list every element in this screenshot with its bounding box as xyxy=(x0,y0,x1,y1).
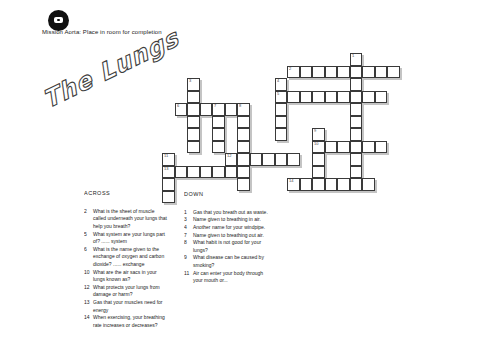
grid-cell[interactable] xyxy=(225,166,238,179)
grid-void xyxy=(300,141,313,154)
across-clues-list: 2What is the sheet of muscle called unde… xyxy=(84,207,167,329)
grid-void xyxy=(337,53,350,66)
grid-void xyxy=(387,91,400,104)
grid-void xyxy=(325,191,338,204)
grid-void xyxy=(275,66,288,79)
grid-void xyxy=(325,153,338,166)
grid-void xyxy=(262,78,275,91)
grid-cell[interactable] xyxy=(362,178,375,191)
grid-void xyxy=(175,78,188,91)
grid-cell[interactable] xyxy=(212,128,225,141)
grid-void xyxy=(212,66,225,79)
grid-cell[interactable] xyxy=(162,178,175,191)
grid-void xyxy=(162,91,175,104)
clue-number: 13 xyxy=(164,167,168,171)
clue-item: 5What system are your lungs part of? ...… xyxy=(84,230,167,245)
clue-number: 5 xyxy=(277,92,279,96)
grid-cell[interactable] xyxy=(275,103,288,116)
grid-cell[interactable] xyxy=(312,178,325,191)
grid-void xyxy=(250,66,263,79)
grid-void xyxy=(162,141,175,154)
grid-cell[interactable] xyxy=(337,66,350,79)
grid-void xyxy=(187,66,200,79)
grid-cell[interactable] xyxy=(275,128,288,141)
grid-void xyxy=(175,116,188,129)
grid-void xyxy=(237,66,250,79)
grid-cell[interactable] xyxy=(337,178,350,191)
grid-void xyxy=(225,128,238,141)
grid-void xyxy=(325,78,338,91)
grid-void xyxy=(375,116,388,129)
worksheet-page: Mission Aorta: Place in room for complet… xyxy=(0,0,500,353)
grid-void xyxy=(175,128,188,141)
clue-item-text: Gas that you breath out as waste. xyxy=(193,208,273,216)
grid-void xyxy=(262,103,275,116)
clue-item-number: 3 xyxy=(184,216,193,224)
grid-void xyxy=(200,78,213,91)
mission-text: Mission Aorta: Place in room for complet… xyxy=(42,29,162,35)
clue-item: 8What habit is not good for your lungs? xyxy=(184,238,273,253)
grid-void xyxy=(350,191,363,204)
grid-cell[interactable]: 4 xyxy=(275,78,288,91)
grid-void xyxy=(187,53,200,66)
grid-cell[interactable] xyxy=(187,116,200,129)
clue-item-number: 6 xyxy=(84,245,93,268)
grid-cell[interactable] xyxy=(375,66,388,79)
clue-number: 8 xyxy=(239,104,241,108)
grid-cell[interactable] xyxy=(237,128,250,141)
clue-item-number: 2 xyxy=(84,207,93,230)
grid-void xyxy=(300,153,313,166)
grid-void xyxy=(162,78,175,91)
grid-cell[interactable]: 2 xyxy=(287,66,300,79)
grid-void xyxy=(362,78,375,91)
grid-cell[interactable] xyxy=(350,103,363,116)
grid-void xyxy=(187,153,200,166)
grid-void xyxy=(162,103,175,116)
grid-void xyxy=(362,116,375,129)
grid-void xyxy=(225,53,238,66)
grid-void xyxy=(312,103,325,116)
grid-void xyxy=(362,191,375,204)
grid-void xyxy=(287,128,300,141)
grid-void xyxy=(275,191,288,204)
clue-item: 14When exercising, your breathing rate i… xyxy=(84,313,167,328)
grid-cell[interactable] xyxy=(212,166,225,179)
grid-void xyxy=(175,53,188,66)
grid-void xyxy=(175,178,188,191)
grid-void xyxy=(262,66,275,79)
grid-cell[interactable] xyxy=(375,141,388,154)
grid-void xyxy=(262,116,275,129)
grid-cell[interactable]: 9 xyxy=(312,128,325,141)
grid-void xyxy=(175,153,188,166)
grid-void xyxy=(337,128,350,141)
grid-cell[interactable] xyxy=(300,66,313,79)
grid-void xyxy=(175,91,188,104)
clue-item-number: 5 xyxy=(84,230,93,245)
grid-void xyxy=(375,153,388,166)
grid-cell[interactable] xyxy=(362,141,375,154)
grid-void xyxy=(212,178,225,191)
grid-cell[interactable] xyxy=(187,103,200,116)
clue-item: 12What protects your lungs from damage o… xyxy=(84,283,167,298)
grid-void xyxy=(250,91,263,104)
grid-void xyxy=(362,103,375,116)
grid-void xyxy=(300,191,313,204)
grid-void xyxy=(387,116,400,129)
grid-cell[interactable] xyxy=(387,66,400,79)
crossword-grid[interactable]: 1234567891011121314 xyxy=(162,53,400,203)
clue-item-text: Name given to breathing in air. xyxy=(193,216,273,224)
grid-cell[interactable] xyxy=(237,116,250,129)
grid-cell[interactable] xyxy=(350,166,363,179)
clue-item: 4Another name for your windpipe. xyxy=(184,223,273,231)
clue-number: 6 xyxy=(177,104,179,108)
grid-cell[interactable] xyxy=(237,178,250,191)
clue-item-number: 4 xyxy=(184,223,193,231)
clue-item-text: Gas that your muscles need for energy xyxy=(93,298,167,313)
grid-void xyxy=(200,66,213,79)
grid-void xyxy=(337,153,350,166)
grid-cell[interactable] xyxy=(337,91,350,104)
grid-void xyxy=(212,91,225,104)
grid-void xyxy=(225,116,238,129)
grid-void xyxy=(325,103,338,116)
grid-void xyxy=(362,53,375,66)
grid-void xyxy=(237,53,250,66)
grid-void xyxy=(175,66,188,79)
clue-item-number: 9 xyxy=(184,254,193,269)
grid-void xyxy=(225,78,238,91)
grid-cell[interactable]: 1 xyxy=(350,53,363,66)
grid-void xyxy=(362,166,375,179)
grid-void xyxy=(200,128,213,141)
grid-cell[interactable] xyxy=(362,66,375,79)
grid-cell[interactable] xyxy=(200,166,213,179)
grid-void xyxy=(362,128,375,141)
across-header: ACROSS xyxy=(84,190,167,196)
grid-cell[interactable] xyxy=(275,153,288,166)
clue-item-text: Another name for your windpipe. xyxy=(193,223,273,231)
clue-item-text: When exercising, your breathing rate inc… xyxy=(93,313,167,328)
grid-cell[interactable]: 5 xyxy=(275,91,288,104)
grid-cell[interactable] xyxy=(237,153,250,166)
grid-cell[interactable] xyxy=(350,128,363,141)
grid-cell[interactable] xyxy=(312,153,325,166)
grid-void xyxy=(337,116,350,129)
clue-number: 9 xyxy=(314,129,316,133)
grid-cell[interactable] xyxy=(312,166,325,179)
clue-item: 7Name given to breathing out air. xyxy=(184,231,273,239)
grid-void xyxy=(375,178,388,191)
grid-cell[interactable] xyxy=(200,103,213,116)
grid-cell[interactable] xyxy=(350,116,363,129)
grid-void xyxy=(250,116,263,129)
grid-void xyxy=(250,53,263,66)
grid-void xyxy=(262,141,275,154)
grid-void xyxy=(275,166,288,179)
clue-item-text: What are the air sacs in your lungs know… xyxy=(93,268,167,283)
grid-void xyxy=(387,191,400,204)
grid-cell[interactable]: 10 xyxy=(312,141,325,154)
clue-item-number: 7 xyxy=(184,231,193,239)
grid-void xyxy=(200,141,213,154)
grid-cell[interactable] xyxy=(350,66,363,79)
grid-cell[interactable] xyxy=(350,153,363,166)
grid-void xyxy=(250,103,263,116)
clue-item-text: What disease can be caused by smoking? xyxy=(193,254,273,269)
grid-void xyxy=(275,141,288,154)
grid-void xyxy=(162,116,175,129)
grid-cell[interactable] xyxy=(287,91,300,104)
grid-void xyxy=(387,78,400,91)
grid-void xyxy=(262,91,275,104)
grid-void xyxy=(212,53,225,66)
clue-item-number: 11 xyxy=(184,269,193,284)
grid-void xyxy=(325,53,338,66)
clue-number: 1 xyxy=(352,54,354,58)
grid-cell[interactable] xyxy=(175,166,188,179)
grid-void xyxy=(250,178,263,191)
grid-cell[interactable] xyxy=(362,91,375,104)
grid-void xyxy=(287,103,300,116)
grid-void xyxy=(387,141,400,154)
clue-item-text: What system are your lungs part of? ....… xyxy=(93,230,167,245)
grid-void xyxy=(375,53,388,66)
grid-cell[interactable] xyxy=(325,66,338,79)
grid-cell[interactable] xyxy=(187,141,200,154)
clue-item-text: Name given to breathing out air. xyxy=(193,231,273,239)
grid-void xyxy=(337,78,350,91)
clue-item: 13Gas that your muscles need for energy xyxy=(84,298,167,313)
grid-void xyxy=(300,166,313,179)
grid-void xyxy=(237,78,250,91)
grid-void xyxy=(387,153,400,166)
clue-item-text: Air can enter your body through your mou… xyxy=(193,269,273,284)
down-clues-section: DOWN 1Gas that you breath out as waste.3… xyxy=(184,191,273,284)
grid-void xyxy=(175,141,188,154)
clue-item: 3Name given to breathing in air. xyxy=(184,216,273,224)
grid-cell[interactable] xyxy=(300,178,313,191)
grid-cell[interactable]: 11 xyxy=(162,153,175,166)
grid-cell[interactable] xyxy=(300,91,313,104)
grid-void xyxy=(300,53,313,66)
grid-void xyxy=(287,116,300,129)
grid-cell[interactable]: 6 xyxy=(175,103,188,116)
grid-void xyxy=(337,191,350,204)
grid-void xyxy=(375,128,388,141)
down-clues-list: 1Gas that you breath out as waste.3Name … xyxy=(184,208,273,284)
grid-cell[interactable] xyxy=(325,178,338,191)
grid-void xyxy=(287,166,300,179)
grid-cell[interactable]: 3 xyxy=(187,78,200,91)
grid-void xyxy=(287,78,300,91)
grid-void xyxy=(200,116,213,129)
clue-item: 9What disease can be caused by smoking? xyxy=(184,254,273,269)
clue-item-number: 1 xyxy=(184,208,193,216)
clue-item-text: What is the name given to the exchange o… xyxy=(93,245,167,268)
grid-void xyxy=(162,66,175,79)
grid-cell[interactable] xyxy=(350,178,363,191)
grid-void xyxy=(300,103,313,116)
grid-void xyxy=(375,78,388,91)
grid-void xyxy=(200,153,213,166)
clue-item-text: What habit is not good for your lungs? xyxy=(193,238,273,253)
grid-void xyxy=(287,53,300,66)
clue-item: 10What are the air sacs in your lungs kn… xyxy=(84,268,167,283)
grid-cell[interactable] xyxy=(250,153,263,166)
logo-emblem-dot xyxy=(57,19,60,21)
grid-void xyxy=(312,191,325,204)
grid-void xyxy=(250,141,263,154)
grid-cell[interactable] xyxy=(312,91,325,104)
grid-void xyxy=(387,53,400,66)
grid-cell[interactable] xyxy=(350,141,363,154)
grid-cell[interactable] xyxy=(187,91,200,104)
grid-void xyxy=(250,166,263,179)
grid-void xyxy=(325,166,338,179)
grid-void xyxy=(225,178,238,191)
grid-void xyxy=(287,191,300,204)
grid-void xyxy=(262,166,275,179)
grid-cell[interactable] xyxy=(312,66,325,79)
grid-cell[interactable] xyxy=(237,166,250,179)
grid-void xyxy=(312,53,325,66)
grid-cell[interactable] xyxy=(287,153,300,166)
clue-item-number: 10 xyxy=(84,268,93,283)
grid-void xyxy=(162,128,175,141)
grid-void xyxy=(237,91,250,104)
grid-void xyxy=(225,141,238,154)
grid-void xyxy=(387,128,400,141)
clue-number: 2 xyxy=(289,67,291,71)
grid-cell[interactable] xyxy=(350,91,363,104)
grid-void xyxy=(375,191,388,204)
grid-void xyxy=(200,178,213,191)
grid-void xyxy=(325,128,338,141)
grid-cell[interactable] xyxy=(325,91,338,104)
grid-void xyxy=(375,166,388,179)
grid-void xyxy=(250,78,263,91)
clue-item: 2What is the sheet of muscle called unde… xyxy=(84,207,167,230)
grid-cell[interactable] xyxy=(237,141,250,154)
grid-cell[interactable]: 12 xyxy=(225,153,238,166)
grid-cell[interactable] xyxy=(337,141,350,154)
grid-cell[interactable] xyxy=(375,91,388,104)
clue-item-text: What is the sheet of muscle called under… xyxy=(93,207,167,230)
clue-number: 11 xyxy=(164,154,168,158)
grid-void xyxy=(212,153,225,166)
grid-void xyxy=(200,91,213,104)
grid-void xyxy=(262,128,275,141)
grid-cell[interactable] xyxy=(225,103,238,116)
grid-void xyxy=(375,103,388,116)
grid-void xyxy=(275,53,288,66)
grid-cell[interactable] xyxy=(325,141,338,154)
clue-item: 1Gas that you breath out as waste. xyxy=(184,208,273,216)
down-header: DOWN xyxy=(184,191,273,197)
clue-item: 11Air can enter your body through your m… xyxy=(184,269,273,284)
grid-void xyxy=(337,103,350,116)
grid-void xyxy=(262,178,275,191)
clue-item-number: 8 xyxy=(184,238,193,253)
clue-item-number: 14 xyxy=(84,313,93,328)
grid-cell[interactable]: 14 xyxy=(287,178,300,191)
grid-cell[interactable] xyxy=(212,141,225,154)
clue-item-number: 12 xyxy=(84,283,93,298)
grid-void xyxy=(225,66,238,79)
grid-void xyxy=(300,128,313,141)
grid-cell[interactable]: 7 xyxy=(212,103,225,116)
mission-aorta-logo-icon xyxy=(48,10,69,31)
grid-void xyxy=(362,153,375,166)
grid-void xyxy=(387,178,400,191)
grid-cell[interactable]: 8 xyxy=(237,103,250,116)
grid-void xyxy=(300,78,313,91)
clue-number: 3 xyxy=(189,79,191,83)
grid-cell[interactable] xyxy=(350,78,363,91)
grid-void xyxy=(300,116,313,129)
grid-void xyxy=(225,91,238,104)
grid-cell[interactable] xyxy=(187,128,200,141)
grid-void xyxy=(387,166,400,179)
grid-cell[interactable] xyxy=(275,116,288,129)
clue-number: 12 xyxy=(227,154,231,158)
grid-void xyxy=(200,53,213,66)
grid-void xyxy=(312,116,325,129)
grid-cell[interactable]: 13 xyxy=(162,166,175,179)
grid-void xyxy=(162,53,175,66)
grid-void xyxy=(262,53,275,66)
clue-number: 14 xyxy=(289,179,293,183)
grid-void xyxy=(387,103,400,116)
grid-void xyxy=(337,166,350,179)
grid-cell[interactable] xyxy=(187,166,200,179)
clue-number: 10 xyxy=(314,142,318,146)
grid-void xyxy=(187,178,200,191)
across-clues-section: ACROSS 2What is the sheet of muscle call… xyxy=(84,190,167,329)
clue-item: 6What is the name given to the exchange … xyxy=(84,245,167,268)
grid-cell[interactable] xyxy=(262,153,275,166)
grid-void xyxy=(212,78,225,91)
clue-number: 4 xyxy=(277,79,279,83)
grid-void xyxy=(287,141,300,154)
grid-void xyxy=(275,178,288,191)
grid-cell[interactable] xyxy=(212,116,225,129)
grid-void xyxy=(325,116,338,129)
clue-number: 7 xyxy=(214,104,216,108)
clue-item-text: What protects your lungs from damage or … xyxy=(93,283,167,298)
grid-void xyxy=(250,128,263,141)
grid-void xyxy=(312,78,325,91)
clue-item-number: 13 xyxy=(84,298,93,313)
